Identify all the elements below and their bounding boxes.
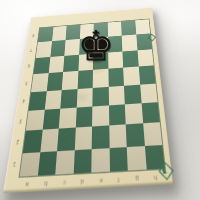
black-king: ♚ [76, 26, 116, 66]
square-c2 [57, 128, 75, 151]
file-label: c [62, 179, 65, 187]
square-c3 [59, 107, 77, 128]
photo-background: abcdefgh 87654321 ········· ♞ ♚ [0, 0, 200, 200]
maker-text: ········· [150, 42, 156, 59]
square-g1 [127, 146, 146, 171]
rank-label: 8 [30, 33, 37, 38]
file-label: e [99, 177, 102, 185]
square-c1 [55, 150, 74, 175]
maker-marking: ········· [148, 35, 157, 59]
square-b3 [42, 109, 60, 130]
file-label: b [44, 180, 48, 188]
square-b7 [50, 40, 66, 56]
square-f3 [109, 104, 126, 125]
file-labels: abcdefgh [18, 174, 166, 190]
square-e1 [91, 148, 109, 173]
square-f1 [109, 147, 128, 172]
square-h4 [140, 83, 158, 103]
square-d1 [73, 149, 91, 174]
square-g3 [125, 103, 143, 124]
stain [74, 92, 90, 103]
square-g6 [122, 50, 138, 68]
square-g4 [124, 84, 141, 104]
rank-label: 6 [25, 64, 32, 70]
knight-icon: ♞ [157, 164, 172, 178]
square-c5 [62, 71, 78, 90]
maker-emblem-icon [147, 34, 155, 42]
square-b6 [48, 56, 64, 73]
square-b8 [52, 26, 67, 41]
rank-label: 5 [23, 80, 31, 86]
square-e4 [92, 86, 108, 106]
square-f2 [109, 125, 127, 148]
rank-label: 1 [10, 161, 19, 169]
square-g8 [121, 20, 136, 36]
square-h8 [135, 19, 150, 35]
square-h2 [143, 122, 162, 145]
rank-label: 2 [13, 139, 22, 146]
square-g2 [126, 124, 145, 147]
square-b1 [37, 151, 57, 176]
square-e2 [92, 126, 109, 149]
square-f4 [108, 85, 125, 105]
square-h3 [141, 102, 160, 123]
rank-label: 7 [28, 48, 35, 53]
square-d2 [74, 127, 92, 150]
square-h5 [138, 65, 155, 84]
file-label: a [25, 181, 29, 189]
file-label: g [135, 175, 139, 183]
corner-emblem: ♞ [157, 161, 173, 180]
square-e3 [92, 105, 109, 126]
square-g7 [122, 35, 137, 51]
rank-label: 4 [20, 98, 28, 104]
square-b5 [46, 72, 63, 91]
square-b2 [40, 129, 59, 152]
square-f5 [108, 68, 124, 87]
file-label: d [80, 178, 84, 186]
square-d3 [75, 106, 92, 127]
rank-label: 3 [17, 118, 25, 125]
square-g5 [123, 67, 140, 86]
square-b4 [44, 90, 61, 110]
file-label: f [118, 176, 120, 184]
